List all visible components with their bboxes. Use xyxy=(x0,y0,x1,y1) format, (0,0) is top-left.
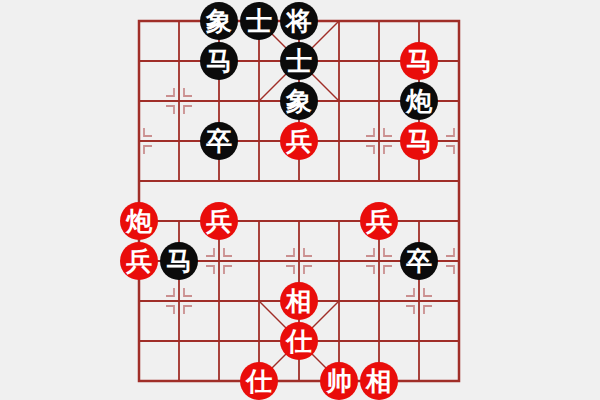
board-point[interactable]: 兵 xyxy=(359,201,399,241)
board-point[interactable] xyxy=(399,321,439,361)
board-point[interactable] xyxy=(159,161,199,201)
board-point[interactable] xyxy=(159,281,199,321)
board-point[interactable] xyxy=(119,281,159,321)
board-point[interactable] xyxy=(239,121,279,161)
board-point[interactable] xyxy=(159,1,199,41)
board-point[interactable]: 兵 xyxy=(119,241,159,281)
board-point[interactable] xyxy=(319,1,359,41)
board-point[interactable]: 马 xyxy=(199,41,239,81)
board-point[interactable] xyxy=(239,321,279,361)
board-point[interactable] xyxy=(239,201,279,241)
board-point[interactable] xyxy=(439,121,479,161)
board-point[interactable] xyxy=(159,201,199,241)
board-point[interactable] xyxy=(359,321,399,361)
red-soldier[interactable]: 兵 xyxy=(280,122,318,160)
red-cannon[interactable]: 炮 xyxy=(120,202,158,240)
red-soldier[interactable]: 兵 xyxy=(120,242,158,280)
red-advisor[interactable]: 仕 xyxy=(280,322,318,360)
board-point[interactable]: 马 xyxy=(399,41,439,81)
board-point[interactable] xyxy=(359,281,399,321)
board-point[interactable] xyxy=(319,281,359,321)
board-point[interactable] xyxy=(159,321,199,361)
board-point[interactable] xyxy=(279,361,319,400)
board-point[interactable] xyxy=(279,161,319,201)
board-point[interactable] xyxy=(199,361,239,400)
board-point[interactable] xyxy=(439,161,479,201)
board-point[interactable] xyxy=(439,241,479,281)
board-point[interactable]: 相 xyxy=(279,281,319,321)
red-soldier[interactable]: 兵 xyxy=(200,202,238,240)
board-point[interactable] xyxy=(279,201,319,241)
board-point[interactable]: 马 xyxy=(399,121,439,161)
board-point[interactable]: 士 xyxy=(239,1,279,41)
board-point[interactable] xyxy=(399,201,439,241)
board-point[interactable] xyxy=(159,81,199,121)
red-general[interactable]: 帅 xyxy=(320,362,358,400)
board-point[interactable] xyxy=(239,281,279,321)
board-point[interactable]: 炮 xyxy=(399,81,439,121)
board-point[interactable] xyxy=(119,81,159,121)
board-point[interactable]: 相 xyxy=(359,361,399,400)
board-point[interactable]: 将 xyxy=(279,1,319,41)
board-point[interactable] xyxy=(319,121,359,161)
board-point[interactable] xyxy=(119,1,159,41)
board-point[interactable] xyxy=(359,1,399,41)
xiangqi-board: 象士将马士马象炮卒兵马炮兵兵兵马卒相仕仕帅相 xyxy=(0,0,600,400)
board-point[interactable]: 仕 xyxy=(239,361,279,400)
board-point[interactable] xyxy=(399,281,439,321)
board-point[interactable] xyxy=(359,161,399,201)
board-point[interactable] xyxy=(319,41,359,81)
black-advisor[interactable]: 士 xyxy=(280,42,318,80)
board-point[interactable] xyxy=(239,81,279,121)
board-point[interactable] xyxy=(159,361,199,400)
red-horse[interactable]: 马 xyxy=(400,42,438,80)
board-point[interactable] xyxy=(319,321,359,361)
board-point[interactable]: 兵 xyxy=(279,121,319,161)
board-point[interactable] xyxy=(399,361,439,400)
board-point[interactable] xyxy=(159,121,199,161)
board-point[interactable] xyxy=(239,41,279,81)
board-point[interactable] xyxy=(159,41,199,81)
board-point[interactable] xyxy=(439,41,479,81)
board-point[interactable]: 马 xyxy=(159,241,199,281)
board-point[interactable] xyxy=(399,1,439,41)
black-general[interactable]: 将 xyxy=(280,2,318,40)
black-horse[interactable]: 马 xyxy=(160,242,198,280)
red-advisor[interactable]: 仕 xyxy=(240,362,278,400)
board-point[interactable] xyxy=(119,361,159,400)
black-elephant[interactable]: 象 xyxy=(200,2,238,40)
board-point[interactable]: 兵 xyxy=(199,201,239,241)
board-point[interactable] xyxy=(199,81,239,121)
board-point[interactable] xyxy=(439,361,479,400)
board-point[interactable] xyxy=(239,241,279,281)
board-point[interactable] xyxy=(239,161,279,201)
board-point[interactable] xyxy=(439,201,479,241)
board-point[interactable]: 卒 xyxy=(399,241,439,281)
board-point[interactable]: 象 xyxy=(279,81,319,121)
board-point[interactable] xyxy=(319,81,359,121)
red-elephant[interactable]: 相 xyxy=(280,282,318,320)
red-elephant[interactable]: 相 xyxy=(360,362,398,400)
board-point[interactable] xyxy=(399,161,439,201)
board-point[interactable] xyxy=(199,321,239,361)
board-point[interactable] xyxy=(199,281,239,321)
black-advisor[interactable]: 士 xyxy=(240,2,278,40)
board-point[interactable] xyxy=(119,321,159,361)
board-point[interactable] xyxy=(119,41,159,81)
board-point[interactable] xyxy=(359,81,399,121)
black-cannon[interactable]: 炮 xyxy=(400,82,438,120)
black-soldier[interactable]: 卒 xyxy=(400,242,438,280)
black-horse[interactable]: 马 xyxy=(200,42,238,80)
board-point[interactable] xyxy=(199,161,239,201)
board-point[interactable] xyxy=(359,241,399,281)
board-point[interactable]: 卒 xyxy=(199,121,239,161)
board-point[interactable] xyxy=(319,161,359,201)
board-point[interactable] xyxy=(359,41,399,81)
board-point[interactable]: 帅 xyxy=(319,361,359,400)
board-point[interactable] xyxy=(439,81,479,121)
board-point[interactable] xyxy=(439,1,479,41)
board-point[interactable] xyxy=(319,201,359,241)
board-point[interactable]: 士 xyxy=(279,41,319,81)
board-point[interactable]: 仕 xyxy=(279,321,319,361)
red-soldier[interactable]: 兵 xyxy=(360,202,398,240)
board-point[interactable]: 象 xyxy=(199,1,239,41)
board-point[interactable] xyxy=(359,121,399,161)
board-point[interactable] xyxy=(119,121,159,161)
board-point[interactable]: 炮 xyxy=(119,201,159,241)
board-point[interactable] xyxy=(439,281,479,321)
board-point[interactable] xyxy=(279,241,319,281)
board-point[interactable] xyxy=(119,161,159,201)
red-horse[interactable]: 马 xyxy=(400,122,438,160)
black-soldier[interactable]: 卒 xyxy=(200,122,238,160)
black-elephant[interactable]: 象 xyxy=(280,82,318,120)
board-point[interactable] xyxy=(439,321,479,361)
board-point[interactable] xyxy=(319,241,359,281)
board-point[interactable] xyxy=(199,241,239,281)
board-points: 象士将马士马象炮卒兵马炮兵兵兵马卒相仕仕帅相 xyxy=(119,1,479,400)
